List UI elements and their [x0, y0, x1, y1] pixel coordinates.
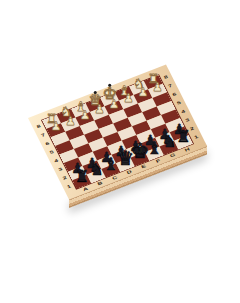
product-photo: ABCDEFGH8877665544332211 ♜♞♝♛♚♝♞♜♟♟♟♟♟♟♟…: [0, 0, 240, 303]
chess-board: ABCDEFGH8877665544332211: [28, 64, 207, 199]
